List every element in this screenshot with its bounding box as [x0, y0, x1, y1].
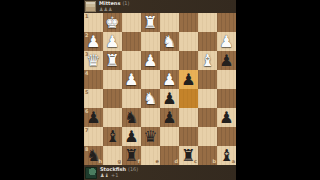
white-king-piece[interactable]: ♚	[103, 13, 122, 32]
square-f3[interactable]	[122, 51, 141, 70]
square-h6[interactable]: ♟6	[84, 108, 103, 127]
chess-board[interactable]: 1♚♜♟2♟♞♟♛3♜♟♝♟4♟♟♟5♞♟♟6♞♟♟7♝♟♛♞8hg♜fed♜c…	[84, 13, 236, 165]
square-g4[interactable]	[103, 70, 122, 89]
file-label-a: a	[232, 159, 235, 164]
white-knight-piece[interactable]: ♞	[160, 32, 179, 51]
file-label-h: h	[98, 159, 102, 164]
square-d2[interactable]: ♞	[160, 32, 179, 51]
file-label-b: b	[212, 159, 216, 164]
file-label-e: e	[156, 159, 159, 164]
opponent-player-bar[interactable]: Mittens(1) ♟♟♟	[84, 0, 236, 13]
rank-label-3: 3	[85, 52, 88, 57]
square-g1[interactable]: ♚	[103, 13, 122, 32]
square-g6[interactable]	[103, 108, 122, 127]
file-label-d: d	[174, 159, 178, 164]
square-a1[interactable]	[217, 13, 236, 32]
white-pawn-piece[interactable]: ♟	[103, 32, 122, 51]
opponent-rating: (1)	[122, 0, 129, 6]
square-d3[interactable]	[160, 51, 179, 70]
black-pawn-piece[interactable]: ♟	[179, 70, 198, 89]
opponent-captured-tray: ♟♟♟	[99, 7, 130, 12]
square-d4[interactable]: ♟	[160, 70, 179, 89]
square-e8[interactable]: e	[141, 146, 160, 165]
square-d1[interactable]	[160, 13, 179, 32]
square-f6[interactable]: ♞	[122, 108, 141, 127]
screenshot-stage: Mittens(1) ♟♟♟ 1♚♜♟2♟♞♟♛3♜♟♝♟4♟♟♟5♞♟♟6♞♟…	[0, 0, 320, 180]
square-h3[interactable]: ♛3	[84, 51, 103, 70]
black-queen-piece[interactable]: ♛	[141, 127, 160, 146]
square-f2[interactable]	[122, 32, 141, 51]
square-b7[interactable]	[198, 127, 217, 146]
square-h4[interactable]: 4	[84, 70, 103, 89]
player-captured-tray: ♟♝+1	[100, 173, 138, 178]
file-label-g: g	[117, 159, 121, 164]
square-a5[interactable]	[217, 89, 236, 108]
white-rook-piece[interactable]: ♜	[103, 51, 122, 70]
square-e5[interactable]: ♞	[141, 89, 160, 108]
square-h8[interactable]: ♞8h	[84, 146, 103, 165]
square-b8[interactable]: b	[198, 146, 217, 165]
square-f8[interactable]: ♜f	[122, 146, 141, 165]
square-g7[interactable]: ♝	[103, 127, 122, 146]
black-pawn-piece[interactable]: ♟	[122, 127, 141, 146]
rank-label-2: 2	[85, 33, 88, 38]
square-b3[interactable]: ♝	[198, 51, 217, 70]
file-label-c: c	[194, 159, 197, 164]
square-a8[interactable]: ♝a	[217, 146, 236, 165]
square-f4[interactable]: ♟	[122, 70, 141, 89]
white-rook-piece[interactable]: ♜	[141, 13, 160, 32]
material-advantage: +1	[111, 172, 118, 178]
black-pawn-piece[interactable]: ♟	[160, 89, 179, 108]
square-a3[interactable]: ♟	[217, 51, 236, 70]
square-b4[interactable]	[198, 70, 217, 89]
square-e6[interactable]	[141, 108, 160, 127]
game-column: Mittens(1) ♟♟♟ 1♚♜♟2♟♞♟♛3♜♟♝♟4♟♟♟5♞♟♟6♞♟…	[84, 0, 236, 180]
square-h1[interactable]: 1	[84, 13, 103, 32]
square-h5[interactable]: 5	[84, 89, 103, 108]
rank-label-8: 8	[85, 147, 88, 152]
square-c5[interactable]	[179, 89, 198, 108]
player-player-bar[interactable]: Stockfish(16) ♟♝+1	[84, 165, 236, 180]
rank-label-4: 4	[85, 71, 88, 76]
square-f5[interactable]	[122, 89, 141, 108]
rank-label-5: 5	[85, 90, 88, 95]
square-e1[interactable]: ♜	[141, 13, 160, 32]
black-pawn-piece[interactable]: ♟	[217, 108, 236, 127]
white-pawn-piece[interactable]: ♟	[141, 51, 160, 70]
square-e4[interactable]	[141, 70, 160, 89]
square-a7[interactable]	[217, 127, 236, 146]
square-f7[interactable]: ♟	[122, 127, 141, 146]
player-avatar[interactable]	[85, 167, 97, 179]
white-pawn-piece[interactable]: ♟	[122, 70, 141, 89]
square-d6[interactable]: ♟	[160, 108, 179, 127]
square-e2[interactable]	[141, 32, 160, 51]
square-b1[interactable]	[198, 13, 217, 32]
square-c1[interactable]	[179, 13, 198, 32]
square-c7[interactable]	[179, 127, 198, 146]
black-bishop-piece[interactable]: ♝	[103, 127, 122, 146]
square-c4[interactable]: ♟	[179, 70, 198, 89]
square-b6[interactable]	[198, 108, 217, 127]
rank-label-6: 6	[85, 109, 88, 114]
black-pawn-piece[interactable]: ♟	[217, 51, 236, 70]
square-c8[interactable]: ♜c	[179, 146, 198, 165]
square-a6[interactable]: ♟	[217, 108, 236, 127]
square-d7[interactable]	[160, 127, 179, 146]
square-c6[interactable]	[179, 108, 198, 127]
square-a4[interactable]	[217, 70, 236, 89]
square-d8[interactable]: d	[160, 146, 179, 165]
square-e7[interactable]: ♛	[141, 127, 160, 146]
square-e3[interactable]: ♟	[141, 51, 160, 70]
square-a2[interactable]: ♟	[217, 32, 236, 51]
square-f1[interactable]	[122, 13, 141, 32]
square-b5[interactable]	[198, 89, 217, 108]
square-c3[interactable]	[179, 51, 198, 70]
square-g8[interactable]: g	[103, 146, 122, 165]
white-pawn-piece[interactable]: ♟	[160, 70, 179, 89]
black-pawn-piece[interactable]: ♟	[160, 108, 179, 127]
opponent-avatar[interactable]	[85, 1, 96, 12]
file-label-f: f	[138, 159, 140, 164]
square-g5[interactable]	[103, 89, 122, 108]
square-c2[interactable]	[179, 32, 198, 51]
square-h7[interactable]: 7	[84, 127, 103, 146]
square-b2[interactable]	[198, 32, 217, 51]
square-g3[interactable]: ♜	[103, 51, 122, 70]
square-h2[interactable]: ♟2	[84, 32, 103, 51]
square-g2[interactable]: ♟	[103, 32, 122, 51]
black-knight-piece[interactable]: ♞	[122, 108, 141, 127]
player-rating: (16)	[128, 166, 138, 172]
rank-label-1: 1	[85, 14, 88, 19]
white-bishop-piece[interactable]: ♝	[198, 51, 217, 70]
square-d5[interactable]: ♟	[160, 89, 179, 108]
white-pawn-piece[interactable]: ♟	[217, 32, 236, 51]
rank-label-7: 7	[85, 128, 88, 133]
white-knight-piece[interactable]: ♞	[141, 89, 160, 108]
